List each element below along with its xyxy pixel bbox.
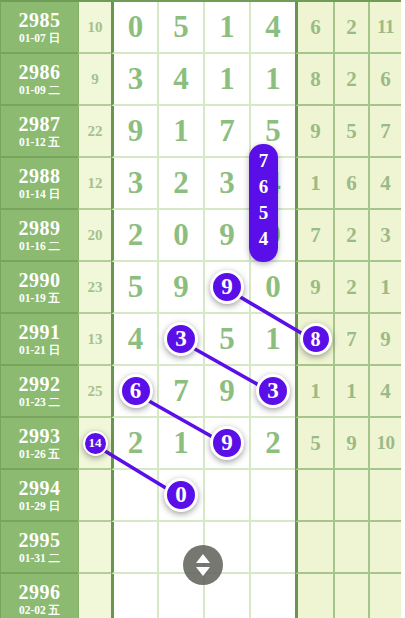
stat-cell: 6	[333, 158, 368, 210]
sum-value: 25	[88, 383, 103, 400]
issue-cell: 299501-31 二	[1, 522, 78, 574]
digit-cell: 1	[203, 54, 249, 106]
circled-number: 9	[210, 426, 244, 460]
digit-cell: 0	[157, 210, 203, 262]
stat-cell	[368, 470, 401, 522]
stat-value: 9	[310, 119, 321, 144]
digit-cell	[111, 574, 157, 618]
scroll-up-icon[interactable]	[196, 554, 210, 563]
stat-value: 11	[377, 16, 394, 38]
stat-cell	[333, 574, 368, 618]
stat-value: 4	[380, 171, 391, 196]
digit-cell: 2	[249, 418, 295, 470]
stat-cell: 2	[333, 2, 368, 54]
digit-cell: 4	[249, 2, 295, 54]
digit: 9	[173, 269, 189, 305]
digit: 7	[219, 113, 235, 149]
issue-cell: 298901-16 二	[1, 210, 78, 262]
sum-cell	[78, 470, 111, 522]
lottery-trend-chart: 298501-07 日1005146211298601-09 二93411826…	[0, 0, 405, 618]
stat-cell: 9	[333, 418, 368, 470]
digit: 3	[219, 165, 235, 201]
draw-date: 01-14 日	[19, 189, 60, 201]
stat-value: 2	[346, 67, 357, 92]
digit-cell: 5	[203, 314, 249, 366]
stat-cell: 10	[368, 418, 401, 470]
digit-cell	[111, 522, 157, 574]
digit: 5	[128, 269, 144, 305]
sum-cell	[78, 574, 111, 618]
draw-date: 01-12 五	[19, 137, 60, 149]
stat-value: 5	[310, 431, 321, 456]
digit-cell: 1	[203, 2, 249, 54]
stat-cell: 7	[368, 106, 401, 158]
digit: 5	[219, 321, 235, 357]
stat-value: 1	[380, 275, 391, 300]
sum-value: 13	[88, 331, 103, 348]
digit-cell: 5	[111, 262, 157, 314]
stat-value: 6	[310, 15, 321, 40]
digit: 1	[219, 61, 235, 97]
sum-cell: 12	[78, 158, 111, 210]
stat-value: 7	[346, 327, 357, 352]
issue-number: 2990	[19, 270, 61, 290]
circled-number: 6	[119, 374, 153, 408]
issue-number: 2991	[19, 322, 61, 342]
stat-cell	[295, 574, 333, 618]
digit-cell: 0	[157, 470, 203, 522]
digit: 0	[173, 217, 189, 253]
badge-digit-option[interactable]: 4	[259, 229, 269, 248]
digit-cell	[249, 522, 295, 574]
sum-cell: 9	[78, 54, 111, 106]
stat-cell: 1	[333, 366, 368, 418]
digit: 3	[128, 165, 144, 201]
digit: 1	[265, 61, 281, 97]
digit-picker-badge[interactable]: 7654	[249, 144, 278, 262]
digit-cell: 0	[111, 2, 157, 54]
stat-value: 9	[380, 327, 391, 352]
stat-value: 8	[310, 67, 321, 92]
digit-cell: 2	[111, 210, 157, 262]
digit-cell	[249, 574, 295, 618]
digit-cell	[203, 470, 249, 522]
draw-date: 02-02 五	[19, 605, 60, 617]
digit: 0	[265, 269, 281, 305]
digit: 0	[128, 9, 144, 45]
digit-cell: 9	[203, 366, 249, 418]
stat-value: 6	[380, 67, 391, 92]
stat-cell: 5	[333, 106, 368, 158]
stat-cell: 7	[333, 314, 368, 366]
issue-number: 2988	[19, 166, 61, 186]
digit-cell: 1	[249, 314, 295, 366]
issue-cell: 298701-12 五	[1, 106, 78, 158]
stat-cell: 2	[333, 262, 368, 314]
stat-cell: 1	[368, 262, 401, 314]
stat-value: 7	[380, 119, 391, 144]
stat-cell: 8	[295, 54, 333, 106]
digit: 1	[219, 9, 235, 45]
circled-number: 0	[164, 478, 198, 512]
digit-cell: 5	[157, 2, 203, 54]
stat-value: 6	[346, 171, 357, 196]
circled-number: 3	[256, 374, 290, 408]
stat-cell: 2	[333, 54, 368, 106]
issue-number: 2986	[19, 62, 61, 82]
draw-date: 01-16 二	[19, 241, 60, 253]
badge-digit-option[interactable]: 6	[259, 177, 269, 196]
stat-cell	[368, 522, 401, 574]
digit: 1	[265, 321, 281, 357]
stat-cell: 2	[333, 210, 368, 262]
sum-cell: 10	[78, 2, 111, 54]
digit: 1	[173, 113, 189, 149]
stat-cell: 4	[368, 366, 401, 418]
issue-number: 2989	[19, 218, 61, 238]
digit-cell: 1	[157, 106, 203, 158]
issue-number: 2993	[19, 426, 61, 446]
sum-value: 10	[88, 19, 103, 36]
issue-cell: 299602-02 五	[1, 574, 78, 618]
stat-cell	[295, 470, 333, 522]
digit: 9	[219, 217, 235, 253]
scroll-down-icon[interactable]	[196, 567, 210, 576]
digit: 7	[173, 373, 189, 409]
sum-cell	[78, 522, 111, 574]
digit-cell: 6	[111, 366, 157, 418]
draw-date: 01-09 二	[19, 85, 60, 97]
circled-number: 3	[164, 322, 198, 356]
digit: 4	[128, 321, 144, 357]
digit-cell: 7	[157, 366, 203, 418]
stat-cell: 11	[368, 2, 401, 54]
digit-cell: 1	[157, 418, 203, 470]
digit-cell: 3	[111, 54, 157, 106]
sum-value: 22	[88, 123, 103, 140]
digit: 2	[173, 165, 189, 201]
stat-cell	[295, 522, 333, 574]
digit-cell: 4	[111, 314, 157, 366]
circled-number: 8	[300, 323, 332, 355]
stat-cell: 6	[295, 2, 333, 54]
stat-cell	[368, 574, 401, 618]
draw-date: 01-26 五	[19, 449, 60, 461]
stat-cell: 6	[368, 54, 401, 106]
digit: 2	[128, 217, 144, 253]
digit: 2	[128, 425, 144, 461]
stat-value: 7	[310, 223, 321, 248]
issue-cell: 299001-19 五	[1, 262, 78, 314]
stat-value: 2	[346, 15, 357, 40]
stat-cell: 1	[295, 366, 333, 418]
digit: 3	[128, 61, 144, 97]
digit-cell: 9	[203, 418, 249, 470]
issue-number: 2987	[19, 114, 61, 134]
stat-cell: 5	[295, 418, 333, 470]
digit-cell: 3	[111, 158, 157, 210]
circled-number: 14	[83, 431, 108, 456]
issue-cell: 298501-07 日	[1, 2, 78, 54]
issue-cell: 299301-26 五	[1, 418, 78, 470]
stat-cell: 7	[295, 210, 333, 262]
stat-value: 1	[310, 171, 321, 196]
draw-date: 01-29 日	[19, 501, 60, 513]
issue-number: 2995	[19, 530, 61, 550]
digit: 1	[173, 425, 189, 461]
stat-value: 3	[380, 223, 391, 248]
stat-value: 10	[377, 432, 395, 454]
stat-value: 4	[380, 379, 391, 404]
draw-date: 01-19 五	[19, 293, 60, 305]
trend-table: 298501-07 日1005146211298601-09 二93411826…	[0, 0, 401, 618]
sum-cell: 14	[78, 418, 111, 470]
issue-cell: 299201-23 二	[1, 366, 78, 418]
digit-cell: 3	[249, 366, 295, 418]
sum-value: 12	[88, 175, 103, 192]
sum-value: 20	[88, 227, 103, 244]
stat-cell: 8	[295, 314, 333, 366]
sum-cell: 13	[78, 314, 111, 366]
digit: 5	[173, 9, 189, 45]
sum-value: 23	[88, 279, 103, 296]
issue-cell: 299401-29 日	[1, 470, 78, 522]
digit: 4	[173, 61, 189, 97]
digit-cell: 2	[111, 418, 157, 470]
sum-cell: 22	[78, 106, 111, 158]
stat-cell: 9	[295, 106, 333, 158]
sum-value: 9	[91, 71, 99, 88]
digit-cell: 3	[203, 158, 249, 210]
digit-cell: 3	[157, 314, 203, 366]
issue-number: 2985	[19, 10, 61, 30]
stat-cell: 4	[368, 158, 401, 210]
digit-cell: 2	[157, 158, 203, 210]
issue-number: 2994	[19, 478, 61, 498]
issue-number: 2992	[19, 374, 61, 394]
stat-value: 2	[346, 223, 357, 248]
stat-cell: 1	[295, 158, 333, 210]
digit-cell: 0	[249, 262, 295, 314]
stat-cell	[333, 522, 368, 574]
issue-number: 2996	[19, 582, 61, 602]
badge-digit-option[interactable]: 7	[259, 151, 269, 170]
stat-value: 9	[310, 275, 321, 300]
sum-cell: 20	[78, 210, 111, 262]
issue-cell: 299101-21 日	[1, 314, 78, 366]
stat-value: 5	[346, 119, 357, 144]
digit-cell: 9	[203, 262, 249, 314]
scroll-handle[interactable]	[183, 545, 223, 585]
stat-cell	[333, 470, 368, 522]
stat-value: 2	[346, 275, 357, 300]
digit-cell: 9	[157, 262, 203, 314]
digit: 4	[265, 9, 281, 45]
digit: 9	[128, 113, 144, 149]
stat-value: 9	[346, 431, 357, 456]
issue-cell: 298601-09 二	[1, 54, 78, 106]
digit-cell: 7	[203, 106, 249, 158]
digit: 2	[265, 425, 281, 461]
stat-value: 1	[310, 379, 321, 404]
draw-date: 01-23 二	[19, 397, 60, 409]
draw-date: 01-31 二	[19, 553, 60, 565]
draw-date: 01-21 日	[19, 345, 60, 357]
sum-cell: 25	[78, 366, 111, 418]
stat-cell: 3	[368, 210, 401, 262]
badge-digit-option[interactable]: 5	[259, 203, 269, 222]
stat-value: 1	[346, 379, 357, 404]
sum-cell: 23	[78, 262, 111, 314]
digit-cell: 1	[249, 54, 295, 106]
issue-cell: 298801-14 日	[1, 158, 78, 210]
draw-date: 01-07 日	[19, 33, 60, 45]
circled-number: 9	[210, 270, 244, 304]
stat-cell: 9	[368, 314, 401, 366]
digit-cell: 9	[111, 106, 157, 158]
stat-cell: 9	[295, 262, 333, 314]
digit-cell	[111, 470, 157, 522]
digit-cell: 4	[157, 54, 203, 106]
digit-cell	[249, 470, 295, 522]
digit-cell: 9	[203, 210, 249, 262]
digit: 9	[219, 373, 235, 409]
